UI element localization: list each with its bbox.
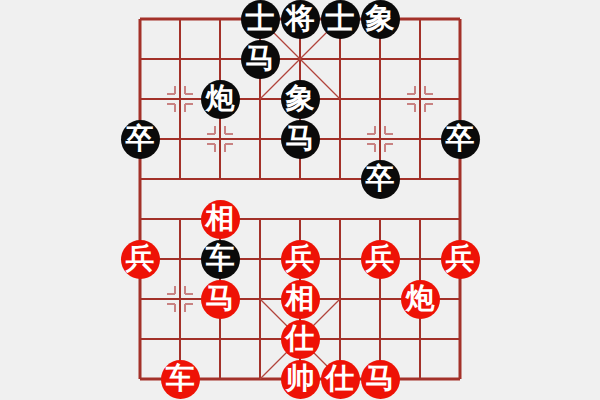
piece-glyph: 仕 bbox=[326, 364, 355, 393]
piece-glyph: 卒 bbox=[446, 124, 475, 153]
piece-black-horse[interactable]: 马 bbox=[241, 40, 280, 79]
piece-black-elephant[interactable]: 象 bbox=[361, 0, 400, 39]
piece-red-horse[interactable]: 马 bbox=[201, 280, 240, 319]
piece-glyph: 马 bbox=[246, 44, 275, 73]
piece-glyph: 兵 bbox=[366, 244, 395, 273]
piece-glyph: 仕 bbox=[286, 324, 315, 353]
xiangqi-app-screen: 士将士象马炮象卒马卒卒相兵车兵兵兵马相炮仕车帅仕马 bbox=[0, 0, 600, 400]
piece-black-cannon[interactable]: 炮 bbox=[201, 80, 240, 119]
piece-glyph: 卒 bbox=[366, 164, 395, 193]
piece-glyph: 炮 bbox=[406, 284, 435, 313]
piece-red-advisor[interactable]: 仕 bbox=[321, 360, 360, 399]
piece-red-elephant[interactable]: 相 bbox=[201, 200, 240, 239]
piece-glyph: 将 bbox=[286, 4, 315, 33]
piece-glyph: 炮 bbox=[206, 84, 235, 113]
piece-black-pawn[interactable]: 卒 bbox=[121, 120, 160, 159]
piece-glyph: 兵 bbox=[446, 244, 475, 273]
piece-glyph: 士 bbox=[326, 4, 355, 33]
piece-glyph: 马 bbox=[366, 364, 395, 393]
piece-glyph: 相 bbox=[206, 204, 235, 233]
xiangqi-board[interactable]: 士将士象马炮象卒马卒卒相兵车兵兵兵马相炮仕车帅仕马 bbox=[120, 0, 480, 399]
piece-black-chariot[interactable]: 车 bbox=[201, 240, 240, 279]
piece-black-pawn[interactable]: 卒 bbox=[361, 160, 400, 199]
piece-red-pawn[interactable]: 兵 bbox=[441, 240, 480, 279]
piece-red-elephant[interactable]: 相 bbox=[281, 280, 320, 319]
piece-glyph: 象 bbox=[366, 4, 395, 33]
piece-glyph: 士 bbox=[246, 4, 275, 33]
piece-glyph: 象 bbox=[286, 84, 315, 113]
piece-black-advisor[interactable]: 士 bbox=[241, 0, 280, 39]
piece-glyph: 卒 bbox=[126, 124, 155, 153]
piece-red-cannon[interactable]: 炮 bbox=[401, 280, 440, 319]
piece-red-advisor[interactable]: 仕 bbox=[281, 320, 320, 359]
piece-black-horse[interactable]: 马 bbox=[281, 120, 320, 159]
piece-red-general[interactable]: 帅 bbox=[281, 360, 320, 399]
piece-red-chariot[interactable]: 车 bbox=[161, 360, 200, 399]
piece-black-pawn[interactable]: 卒 bbox=[441, 120, 480, 159]
piece-red-pawn[interactable]: 兵 bbox=[121, 240, 160, 279]
piece-glyph: 车 bbox=[206, 244, 235, 273]
piece-red-pawn[interactable]: 兵 bbox=[281, 240, 320, 279]
piece-black-advisor[interactable]: 士 bbox=[321, 0, 360, 39]
piece-black-general[interactable]: 将 bbox=[281, 0, 320, 39]
piece-glyph: 相 bbox=[286, 284, 315, 313]
piece-glyph: 马 bbox=[286, 124, 315, 153]
piece-red-pawn[interactable]: 兵 bbox=[361, 240, 400, 279]
piece-glyph: 马 bbox=[206, 284, 235, 313]
piece-glyph: 兵 bbox=[126, 244, 155, 273]
piece-glyph: 兵 bbox=[286, 244, 315, 273]
piece-glyph: 帅 bbox=[286, 364, 315, 393]
piece-red-horse[interactable]: 马 bbox=[361, 360, 400, 399]
piece-black-elephant[interactable]: 象 bbox=[281, 80, 320, 119]
piece-glyph: 车 bbox=[166, 364, 195, 393]
